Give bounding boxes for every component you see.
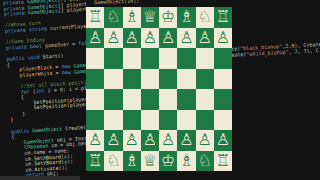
square-a4[interactable] bbox=[86, 89, 104, 110]
square-g6[interactable] bbox=[196, 48, 214, 69]
square-d5[interactable] bbox=[141, 69, 159, 90]
piece-black-pawn[interactable]: ♙ bbox=[179, 29, 193, 45]
square-b3[interactable] bbox=[104, 110, 122, 131]
square-b4[interactable] bbox=[104, 89, 122, 110]
square-a5[interactable] bbox=[86, 69, 104, 90]
square-a7[interactable]: ♙ bbox=[86, 28, 104, 49]
piece-white-pawn[interactable]: ♙ bbox=[106, 132, 120, 148]
piece-white-king[interactable]: ♔ bbox=[161, 152, 175, 168]
square-d7[interactable]: ♙ bbox=[141, 28, 159, 49]
piece-white-pawn[interactable]: ♙ bbox=[88, 132, 102, 148]
square-g8[interactable]: ♘ bbox=[196, 7, 214, 28]
piece-white-bishop[interactable]: ♗ bbox=[179, 152, 193, 168]
piece-black-queen[interactable]: ♕ bbox=[143, 9, 157, 25]
square-h8[interactable]: ♖ bbox=[214, 7, 232, 28]
square-f2[interactable]: ♙ bbox=[177, 130, 195, 151]
square-c8[interactable]: ♗ bbox=[123, 7, 141, 28]
square-b6[interactable] bbox=[104, 48, 122, 69]
piece-white-knight[interactable]: ♘ bbox=[197, 152, 211, 168]
code-editor-right: ate("black_bishop",2,0), Create(reate("w… bbox=[232, 0, 320, 180]
square-a8[interactable]: ♖ bbox=[86, 7, 104, 28]
square-e2[interactable]: ♙ bbox=[159, 130, 177, 151]
piece-white-rook[interactable]: ♖ bbox=[216, 152, 230, 168]
square-g4[interactable] bbox=[196, 89, 214, 110]
square-e8[interactable]: ♔ bbox=[159, 7, 177, 28]
piece-white-pawn[interactable]: ♙ bbox=[197, 132, 211, 148]
square-b5[interactable] bbox=[104, 69, 122, 90]
square-c1[interactable]: ♗ bbox=[123, 151, 141, 172]
square-e6[interactable] bbox=[159, 48, 177, 69]
piece-white-pawn[interactable]: ♙ bbox=[216, 132, 230, 148]
square-b2[interactable]: ♙ bbox=[104, 130, 122, 151]
piece-black-king[interactable]: ♔ bbox=[161, 9, 175, 25]
piece-black-pawn[interactable]: ♙ bbox=[106, 29, 120, 45]
square-f3[interactable] bbox=[177, 110, 195, 131]
square-b8[interactable]: ♘ bbox=[104, 7, 122, 28]
square-f5[interactable] bbox=[177, 69, 195, 90]
piece-black-knight[interactable]: ♘ bbox=[197, 9, 211, 25]
editor-bottom-bar bbox=[0, 176, 80, 180]
piece-white-pawn[interactable]: ♙ bbox=[143, 132, 157, 148]
square-a3[interactable] bbox=[86, 110, 104, 131]
square-f4[interactable] bbox=[177, 89, 195, 110]
piece-black-bishop[interactable]: ♗ bbox=[124, 9, 138, 25]
piece-black-knight[interactable]: ♘ bbox=[106, 9, 120, 25]
square-c7[interactable]: ♙ bbox=[123, 28, 141, 49]
square-e5[interactable] bbox=[159, 69, 177, 90]
piece-black-bishop[interactable]: ♗ bbox=[179, 9, 193, 25]
square-d2[interactable]: ♙ bbox=[141, 130, 159, 151]
piece-black-pawn[interactable]: ♙ bbox=[143, 29, 157, 45]
square-g5[interactable] bbox=[196, 69, 214, 90]
square-a6[interactable] bbox=[86, 48, 104, 69]
thumbnail-stage: private GameObject[,] positionsprivate G… bbox=[0, 0, 320, 180]
square-h5[interactable] bbox=[214, 69, 232, 90]
square-e7[interactable]: ♙ bbox=[159, 28, 177, 49]
square-a1[interactable]: ♖ bbox=[86, 151, 104, 172]
square-h2[interactable]: ♙ bbox=[214, 130, 232, 151]
square-c2[interactable]: ♙ bbox=[123, 130, 141, 151]
piece-white-pawn[interactable]: ♙ bbox=[179, 132, 193, 148]
square-c4[interactable] bbox=[123, 89, 141, 110]
piece-black-pawn[interactable]: ♙ bbox=[197, 29, 211, 45]
square-f1[interactable]: ♗ bbox=[177, 151, 195, 172]
piece-black-pawn[interactable]: ♙ bbox=[161, 29, 175, 45]
square-h1[interactable]: ♖ bbox=[214, 151, 232, 172]
square-d1[interactable]: ♕ bbox=[141, 151, 159, 172]
chess-board[interactable]: ♖♘♗♕♔♗♘♖♙♙♙♙♙♙♙♙♙♙♙♙♙♙♙♙♖♘♗♕♔♗♘♖ bbox=[86, 7, 232, 171]
piece-black-rook[interactable]: ♖ bbox=[216, 9, 230, 25]
square-b1[interactable]: ♘ bbox=[104, 151, 122, 172]
square-a2[interactable]: ♙ bbox=[86, 130, 104, 151]
square-h3[interactable] bbox=[214, 110, 232, 131]
piece-black-pawn[interactable]: ♙ bbox=[124, 29, 138, 45]
piece-white-pawn[interactable]: ♙ bbox=[161, 132, 175, 148]
square-d6[interactable] bbox=[141, 48, 159, 69]
square-f7[interactable]: ♙ bbox=[177, 28, 195, 49]
piece-black-rook[interactable]: ♖ bbox=[88, 9, 102, 25]
square-c6[interactable] bbox=[123, 48, 141, 69]
piece-white-queen[interactable]: ♕ bbox=[143, 152, 157, 168]
piece-white-knight[interactable]: ♘ bbox=[106, 152, 120, 168]
square-f8[interactable]: ♗ bbox=[177, 7, 195, 28]
square-f6[interactable] bbox=[177, 48, 195, 69]
square-d4[interactable] bbox=[141, 89, 159, 110]
piece-white-rook[interactable]: ♖ bbox=[88, 152, 102, 168]
code-fragment-above-board: GameObject[16]; bbox=[94, 0, 139, 5]
square-c3[interactable] bbox=[123, 110, 141, 131]
code-editor-left: private GameObject[,] positionsprivate G… bbox=[0, 0, 86, 180]
square-h4[interactable] bbox=[214, 89, 232, 110]
square-g7[interactable]: ♙ bbox=[196, 28, 214, 49]
piece-black-pawn[interactable]: ♙ bbox=[216, 29, 230, 45]
square-g1[interactable]: ♘ bbox=[196, 151, 214, 172]
square-h7[interactable]: ♙ bbox=[214, 28, 232, 49]
square-c5[interactable] bbox=[123, 69, 141, 90]
square-g2[interactable]: ♙ bbox=[196, 130, 214, 151]
square-e4[interactable] bbox=[159, 89, 177, 110]
piece-black-pawn[interactable]: ♙ bbox=[88, 29, 102, 45]
square-d8[interactable]: ♕ bbox=[141, 7, 159, 28]
square-e3[interactable] bbox=[159, 110, 177, 131]
square-b7[interactable]: ♙ bbox=[104, 28, 122, 49]
code-lines-right: ate("black_bishop",2,0), Create(reate("w… bbox=[232, 41, 320, 58]
piece-white-pawn[interactable]: ♙ bbox=[124, 132, 138, 148]
square-g3[interactable] bbox=[196, 110, 214, 131]
square-e1[interactable]: ♔ bbox=[159, 151, 177, 172]
piece-white-bishop[interactable]: ♗ bbox=[124, 152, 138, 168]
square-h6[interactable] bbox=[214, 48, 232, 69]
code-lines-left: private GameObject[,] positionsprivate G… bbox=[0, 0, 86, 180]
square-d3[interactable] bbox=[141, 110, 159, 131]
